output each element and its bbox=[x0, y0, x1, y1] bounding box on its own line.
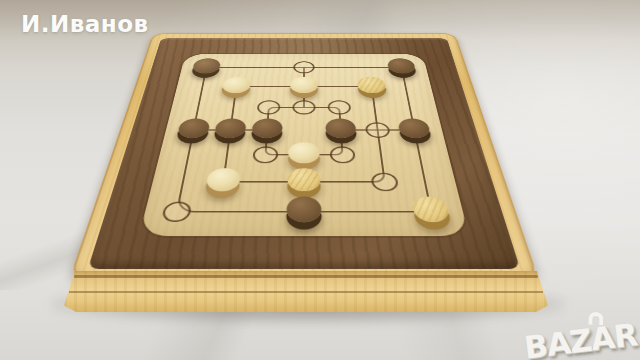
point-e5[interactable] bbox=[327, 100, 351, 114]
box-groove-line bbox=[69, 291, 543, 293]
board-grid bbox=[177, 67, 431, 211]
point-d7[interactable] bbox=[293, 61, 314, 73]
piece-dark-d1[interactable] bbox=[286, 197, 322, 223]
shopping-bag-handle-icon bbox=[588, 312, 603, 326]
point-d5[interactable] bbox=[292, 100, 315, 114]
box-front-face bbox=[64, 271, 548, 312]
piece-light-d6[interactable] bbox=[290, 77, 318, 93]
scene: И.Иванов BAZAR bbox=[0, 0, 640, 360]
point-e3[interactable] bbox=[330, 146, 356, 163]
author-watermark: И.Иванов bbox=[21, 11, 149, 37]
lid-gap-line bbox=[74, 275, 539, 278]
piece-light-d2[interactable] bbox=[287, 168, 321, 191]
piece-dark-e4[interactable] bbox=[325, 119, 357, 138]
piece-light-d3[interactable] bbox=[288, 142, 320, 163]
